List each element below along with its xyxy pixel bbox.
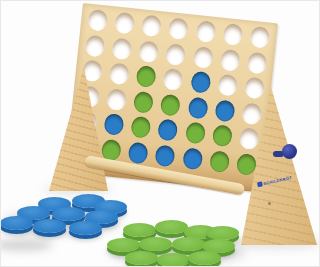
spare-blue-disc[interactable] bbox=[0, 216, 33, 230]
spare-green-disc[interactable] bbox=[107, 238, 140, 252]
spare-green-disc[interactable] bbox=[157, 253, 190, 267]
spare-green-disc[interactable] bbox=[123, 223, 156, 237]
spare-green-disc[interactable] bbox=[188, 251, 221, 265]
spare-green-disc[interactable] bbox=[206, 226, 239, 240]
spare-green-disc[interactable] bbox=[139, 237, 172, 251]
spare-disc-piles bbox=[1, 1, 319, 266]
spare-green-disc[interactable] bbox=[125, 251, 158, 265]
spare-blue-disc[interactable] bbox=[33, 219, 66, 233]
spare-blue-disc[interactable] bbox=[69, 221, 102, 235]
product-photo: SCHILDKRÖT bbox=[0, 0, 320, 267]
spare-green-disc[interactable] bbox=[172, 237, 205, 251]
spare-green-disc[interactable] bbox=[155, 220, 188, 234]
